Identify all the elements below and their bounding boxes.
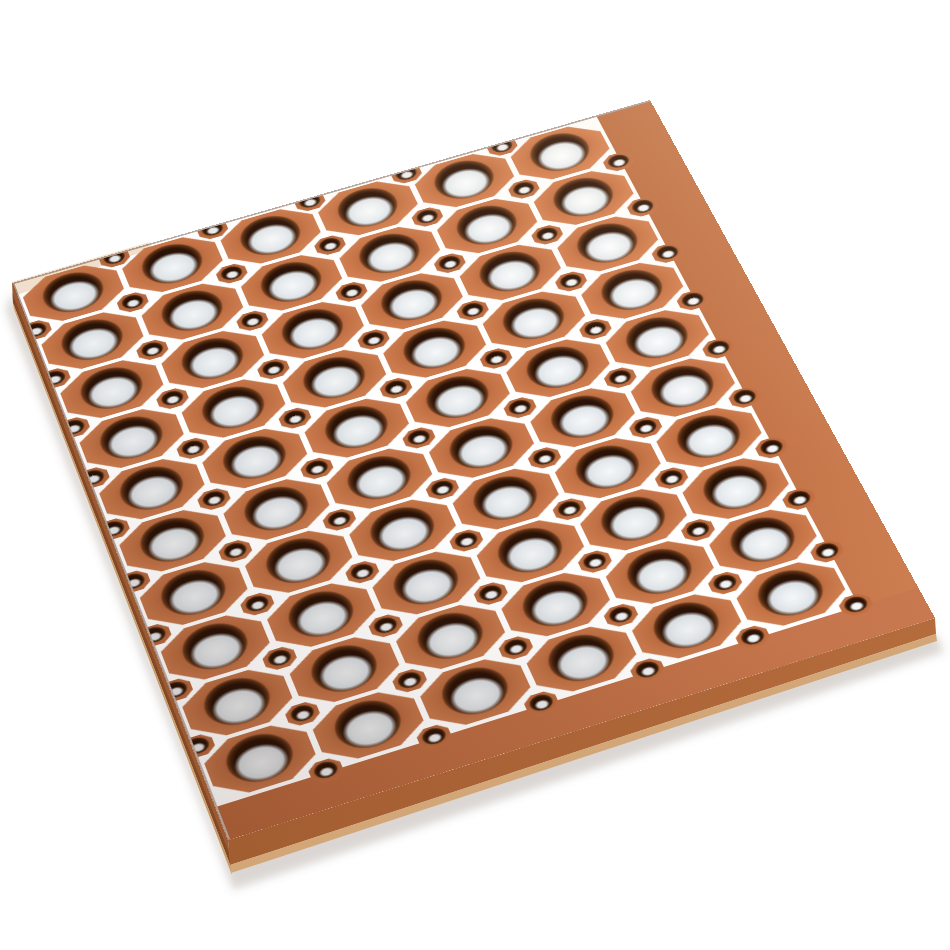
small-drain-hole — [366, 612, 405, 640]
small-drain-hole — [333, 280, 369, 305]
small-drain-hole — [217, 537, 255, 564]
small-drain-hole — [496, 634, 535, 662]
small-drain-hole — [260, 644, 299, 672]
small-drain-hole — [705, 569, 745, 597]
small-drain-hole — [447, 527, 485, 554]
small-drain-hole — [320, 506, 358, 533]
small-drain-hole — [298, 455, 335, 481]
small-drain-hole — [276, 405, 313, 431]
small-drain-hole — [550, 496, 589, 523]
small-drain-hole — [506, 177, 542, 201]
small-drain-hole — [652, 465, 691, 492]
small-drain-hole — [627, 414, 665, 440]
small-drain-hole — [525, 445, 563, 471]
small-drain-hole — [409, 205, 445, 229]
small-drain-hole — [115, 290, 151, 315]
small-drain-hole — [154, 386, 191, 412]
small-drain-hole — [134, 337, 170, 362]
small-drain-hole — [501, 395, 539, 421]
small-drain-hole — [577, 317, 614, 342]
small-drain-hole — [234, 308, 270, 333]
small-drain-hole — [255, 356, 292, 381]
small-drain-hole — [390, 666, 429, 695]
small-drain-hole — [553, 269, 590, 294]
small-drain-hole — [575, 548, 614, 575]
small-drain-hole — [432, 251, 468, 275]
small-drain-hole — [377, 375, 414, 401]
small-drain-hole — [195, 486, 232, 513]
small-drain-hole — [601, 365, 639, 391]
small-drain-hole — [355, 327, 392, 352]
small-drain-hole — [214, 261, 250, 285]
small-drain-hole — [423, 475, 461, 502]
product-photo — [0, 0, 950, 950]
small-drain-hole — [478, 346, 515, 371]
small-drain-hole — [175, 435, 212, 461]
small-drain-hole — [529, 223, 565, 247]
small-drain-hole — [454, 298, 491, 323]
small-drain-hole — [471, 580, 510, 608]
small-drain-hole — [400, 425, 438, 451]
small-drain-hole — [283, 699, 322, 728]
small-drain-hole — [312, 233, 348, 257]
small-drain-hole — [238, 590, 276, 618]
small-drain-hole — [679, 516, 718, 543]
small-drain-hole — [343, 558, 381, 585]
small-drain-hole — [601, 601, 641, 629]
